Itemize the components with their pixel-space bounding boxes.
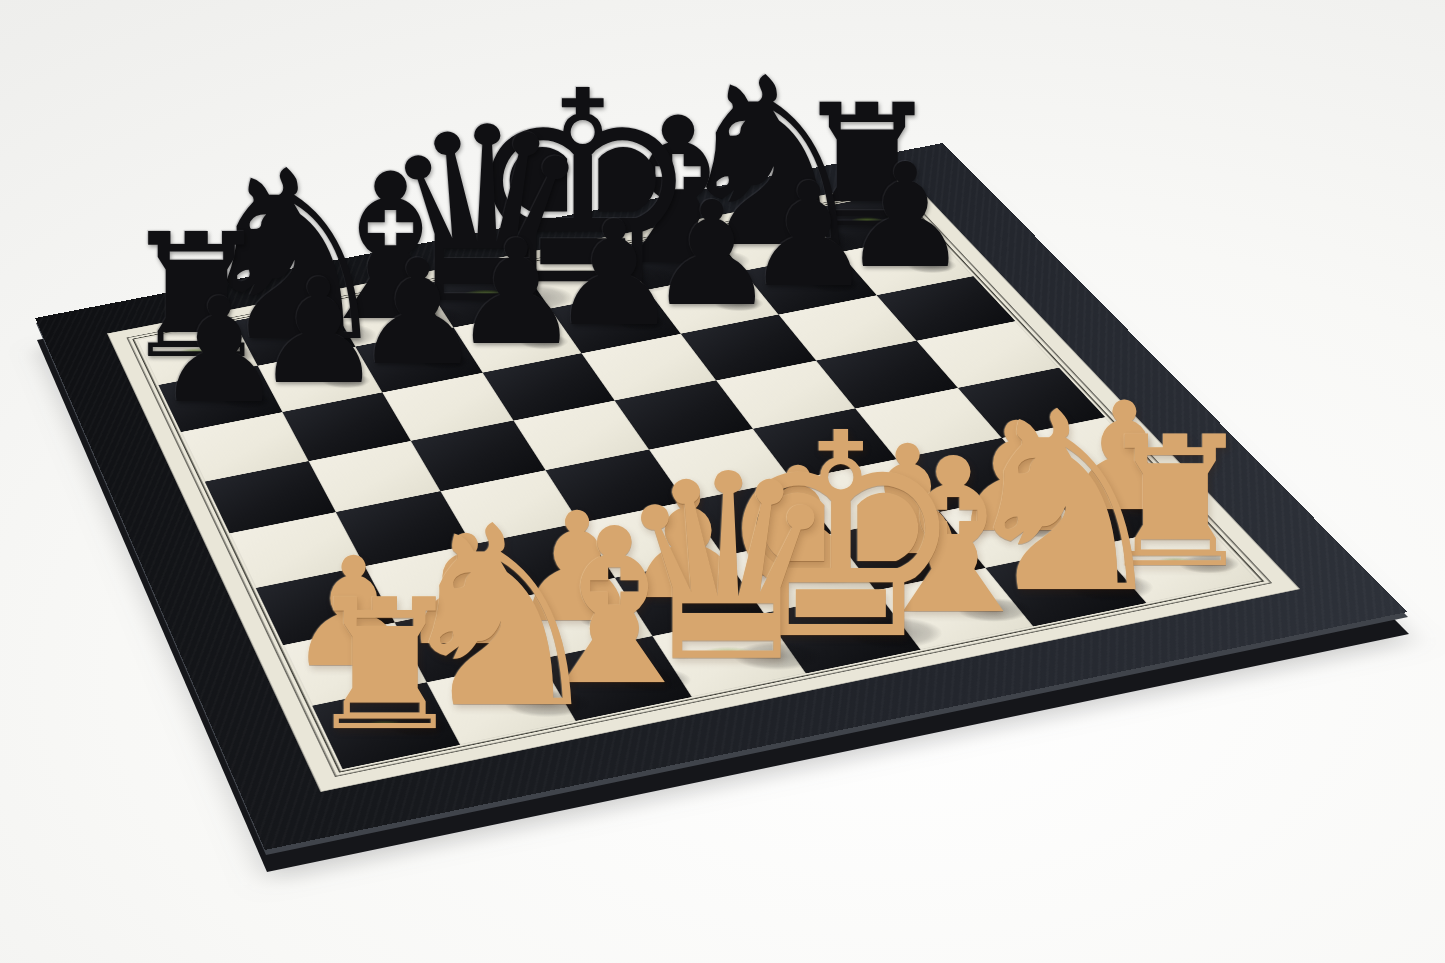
black-pawn-a7[interactable]: ♟ <box>155 278 285 423</box>
white-rook-a1[interactable]: ♜ <box>304 575 466 756</box>
studio-photo-stage: ♜♞♝♛♚♝♞♜♟♟♟♟♟♟♟♟♟♟♟♟♟♟♟♟♜♞♝♛♚♝♞♜ <box>0 0 1445 963</box>
